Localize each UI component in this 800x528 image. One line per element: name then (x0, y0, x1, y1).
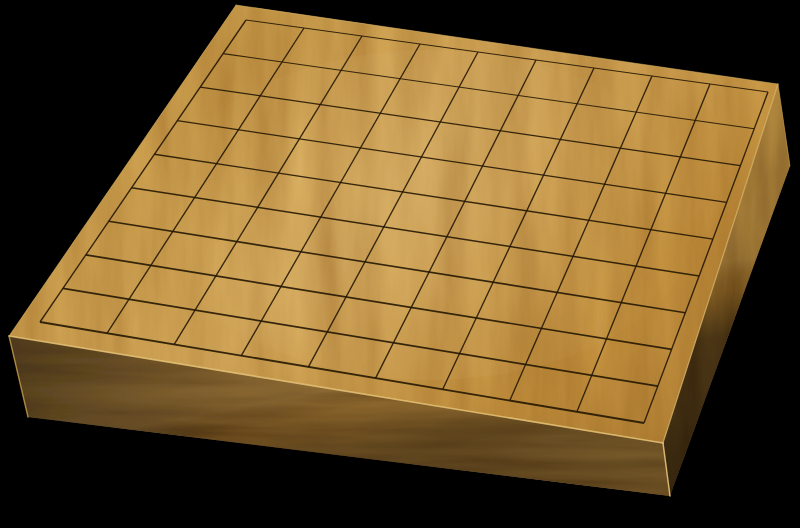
shogi-board (0, 0, 800, 528)
scene (0, 0, 800, 528)
top-sheen (160, 50, 700, 380)
